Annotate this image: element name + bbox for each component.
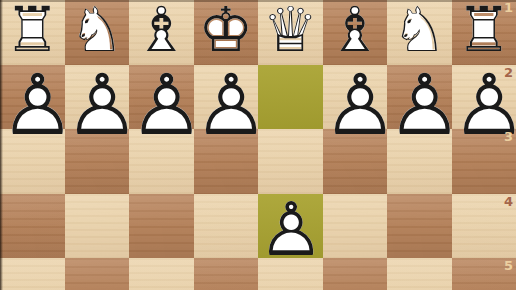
left-edge-shadow <box>0 0 3 290</box>
square-h2[interactable]: ♟♙ <box>0 65 65 130</box>
square-f4[interactable] <box>129 194 194 259</box>
piece-outline-glyph: ♘ <box>69 0 125 61</box>
square-b4[interactable] <box>387 194 452 259</box>
square-g2[interactable]: ♟♙ <box>65 65 130 130</box>
square-c2[interactable]: ♟♙ <box>323 65 388 130</box>
square-a4[interactable]: 4 <box>452 194 516 259</box>
white-pawn-c2[interactable]: ♟♙ <box>323 65 388 130</box>
piece-outline-glyph: ♗ <box>327 0 383 61</box>
board-grid: ♜♖♞♘♝♗♚♔♛♕♝♗♞♘♜♖1♟♙♟♙♟♙♟♙♟♙♟♙♟♙23♟♙45 <box>0 0 516 290</box>
top-edge-shadow <box>0 0 516 2</box>
rank-label-2: 2 <box>504 65 513 80</box>
square-f5[interactable] <box>129 258 194 290</box>
square-a2[interactable]: ♟♙2 <box>452 65 516 130</box>
square-b5[interactable] <box>387 258 452 290</box>
square-a5[interactable]: 5 <box>452 258 516 290</box>
square-e5[interactable] <box>194 258 259 290</box>
piece-outline-glyph: ♙ <box>258 192 324 266</box>
white-pawn-h2[interactable]: ♟♙ <box>0 65 65 130</box>
square-h4[interactable] <box>0 194 65 259</box>
square-e4[interactable] <box>194 194 259 259</box>
square-g5[interactable] <box>65 258 130 290</box>
rank-label-3: 3 <box>504 129 513 144</box>
rank-label-5: 5 <box>504 258 513 273</box>
piece-outline-glyph: ♗ <box>133 0 189 61</box>
piece-outline-glyph: ♘ <box>391 0 447 61</box>
square-f2[interactable]: ♟♙ <box>129 65 194 130</box>
rank-label-1: 1 <box>504 0 513 15</box>
square-e2[interactable]: ♟♙ <box>194 65 259 130</box>
square-b2[interactable]: ♟♙ <box>387 65 452 130</box>
rank-label-4: 4 <box>504 194 513 209</box>
square-c4[interactable] <box>323 194 388 259</box>
white-pawn-g2[interactable]: ♟♙ <box>65 65 130 130</box>
chess-board: ♜♖♞♘♝♗♚♔♛♕♝♗♞♘♜♖1♟♙♟♙♟♙♟♙♟♙♟♙♟♙23♟♙45 <box>0 0 516 290</box>
square-g4[interactable] <box>65 194 130 259</box>
white-pawn-e2[interactable]: ♟♙ <box>194 65 259 130</box>
piece-outline-glyph: ♕ <box>262 0 318 61</box>
piece-outline-glyph: ♙ <box>194 63 269 147</box>
square-h5[interactable] <box>0 258 65 290</box>
white-pawn-d4[interactable]: ♟♙ <box>258 194 323 259</box>
piece-outline-glyph: ♖ <box>4 0 60 61</box>
white-pawn-b2[interactable]: ♟♙ <box>387 65 452 130</box>
white-pawn-f2[interactable]: ♟♙ <box>129 65 194 130</box>
square-c5[interactable] <box>323 258 388 290</box>
piece-outline-glyph: ♔ <box>198 0 254 61</box>
square-d4[interactable]: ♟♙ <box>258 194 323 259</box>
